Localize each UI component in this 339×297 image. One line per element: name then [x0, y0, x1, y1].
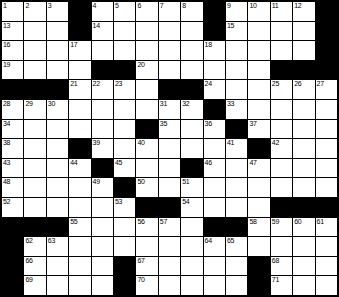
cell-r13c11[interactable]: 65 [226, 237, 247, 256]
cell-r9c10[interactable]: 46 [204, 159, 225, 178]
cell-r2c13[interactable] [271, 22, 292, 41]
cell-r3c12[interactable] [248, 41, 269, 60]
block-cell-r15c12 [248, 276, 269, 295]
cell-r8c15[interactable] [316, 139, 337, 158]
cell-r13c12[interactable] [248, 237, 269, 256]
cell-r1c8[interactable]: 7 [159, 2, 180, 21]
cell-r1c14[interactable]: 12 [293, 2, 314, 21]
clue-number-48: 48 [3, 178, 10, 186]
cell-r11c6[interactable]: 53 [114, 198, 135, 217]
cell-r14c13[interactable]: 68 [271, 257, 292, 276]
cell-r2c11[interactable]: 15 [226, 22, 247, 41]
cell-r3c6[interactable] [114, 41, 135, 60]
cell-r15c8[interactable] [159, 276, 180, 295]
clue-number-26: 26 [294, 80, 301, 88]
cell-r1c7[interactable]: 6 [136, 2, 157, 21]
block-cell-r11c13 [271, 198, 292, 217]
cell-r5c6[interactable]: 23 [114, 80, 135, 99]
cell-r7c9[interactable] [181, 120, 202, 139]
cell-r9c14[interactable] [293, 159, 314, 178]
cell-r5c7[interactable] [136, 80, 157, 99]
cell-r9c12[interactable]: 47 [248, 159, 269, 178]
cell-r1c2[interactable]: 2 [24, 2, 45, 21]
cell-r1c13[interactable]: 11 [271, 2, 292, 21]
cell-r4c7[interactable]: 20 [136, 61, 157, 80]
cell-r13c8[interactable] [159, 237, 180, 256]
cell-r15c13[interactable]: 71 [271, 276, 292, 295]
clue-number-71: 71 [272, 276, 279, 284]
cell-r7c4[interactable] [69, 120, 90, 139]
clue-number-49: 49 [93, 178, 100, 186]
cell-r3c10[interactable]: 18 [204, 41, 225, 60]
cell-r2c3[interactable] [47, 22, 68, 41]
cell-r11c2[interactable] [24, 198, 45, 217]
block-cell-r12c3 [47, 218, 68, 237]
cell-r13c7[interactable] [136, 237, 157, 256]
clue-number-8: 8 [182, 2, 186, 10]
cell-r12c14[interactable]: 60 [293, 218, 314, 237]
cell-r2c6[interactable] [114, 22, 135, 41]
block-cell-r12c10 [204, 218, 225, 237]
block-cell-r14c1 [2, 257, 23, 276]
cell-r13c2[interactable]: 62 [24, 237, 45, 256]
cell-r6c5[interactable] [92, 100, 113, 119]
clue-number-1: 1 [3, 2, 7, 10]
block-cell-r9c9 [181, 159, 202, 178]
cell-r10c15[interactable] [316, 178, 337, 197]
cell-r6c2[interactable]: 29 [24, 100, 45, 119]
cell-r4c8[interactable] [159, 61, 180, 80]
cell-r15c2[interactable]: 69 [24, 276, 45, 295]
cell-r7c3[interactable] [47, 120, 68, 139]
cell-r1c9[interactable]: 8 [181, 2, 202, 21]
clue-number-39: 39 [93, 139, 100, 147]
cell-r5c14[interactable]: 26 [293, 80, 314, 99]
cell-r15c11[interactable] [226, 276, 247, 295]
cell-r9c3[interactable] [47, 159, 68, 178]
cell-r6c14[interactable] [293, 100, 314, 119]
block-cell-r5c3 [47, 80, 68, 99]
cell-r12c4[interactable]: 55 [69, 218, 90, 237]
clue-number-70: 70 [137, 276, 144, 284]
cell-r10c13[interactable] [271, 178, 292, 197]
clue-number-44: 44 [70, 159, 77, 167]
clue-number-24: 24 [205, 80, 212, 88]
clue-number-54: 54 [182, 198, 189, 206]
clue-number-41: 41 [227, 139, 234, 147]
cell-r4c1[interactable]: 19 [2, 61, 23, 80]
clue-number-21: 21 [70, 80, 77, 88]
cell-r8c13[interactable]: 42 [271, 139, 292, 158]
block-cell-r1c15 [316, 2, 337, 21]
cell-r15c5[interactable] [92, 276, 113, 295]
cell-r15c14[interactable] [293, 276, 314, 295]
cell-r8c14[interactable] [293, 139, 314, 158]
clue-number-4: 4 [93, 2, 97, 10]
clue-number-56: 56 [137, 218, 144, 226]
cell-r10c3[interactable] [47, 178, 68, 197]
clue-number-64: 64 [205, 237, 212, 245]
clue-number-45: 45 [115, 159, 122, 167]
cell-r12c5[interactable] [92, 218, 113, 237]
clue-number-47: 47 [249, 159, 256, 167]
cell-r10c14[interactable] [293, 178, 314, 197]
block-cell-r3c15 [316, 41, 337, 60]
cell-r6c15[interactable] [316, 100, 337, 119]
cell-r4c3[interactable] [47, 61, 68, 80]
clue-number-11: 11 [272, 2, 279, 10]
cell-r1c12[interactable]: 10 [248, 2, 269, 21]
block-cell-r6c10 [204, 100, 225, 119]
clue-number-6: 6 [137, 2, 141, 10]
cell-r8c10[interactable] [204, 139, 225, 158]
block-cell-r11c7 [136, 198, 157, 217]
cell-r2c5[interactable]: 14 [92, 22, 113, 41]
block-cell-r4c6 [114, 61, 135, 80]
cell-r7c15[interactable] [316, 120, 337, 139]
block-cell-r7c7 [136, 120, 157, 139]
clue-number-40: 40 [137, 139, 144, 147]
cell-r12c6[interactable] [114, 218, 135, 237]
clue-number-2: 2 [25, 2, 29, 10]
clue-number-7: 7 [160, 2, 164, 10]
cell-r12c7[interactable]: 56 [136, 218, 157, 237]
cell-r11c4[interactable] [69, 198, 90, 217]
cell-r6c3[interactable]: 30 [47, 100, 68, 119]
clue-number-62: 62 [25, 237, 32, 245]
clue-number-29: 29 [25, 100, 32, 108]
cell-r11c3[interactable] [47, 198, 68, 217]
cell-r15c15[interactable] [316, 276, 337, 295]
cell-r3c5[interactable] [92, 41, 113, 60]
cell-r3c13[interactable] [271, 41, 292, 60]
clue-number-53: 53 [115, 198, 122, 206]
clue-number-38: 38 [3, 139, 10, 147]
cell-r12c8[interactable]: 57 [159, 218, 180, 237]
cell-r14c2[interactable]: 66 [24, 257, 45, 276]
clue-number-33: 33 [227, 100, 234, 108]
block-cell-r15c6 [114, 276, 135, 295]
clue-number-23: 23 [115, 80, 122, 88]
cell-r3c14[interactable] [293, 41, 314, 60]
cell-r10c1[interactable]: 48 [2, 178, 23, 197]
cell-r4c2[interactable] [24, 61, 45, 80]
block-cell-r13c1 [2, 237, 23, 256]
clue-number-27: 27 [317, 80, 324, 88]
block-cell-r2c10 [204, 22, 225, 41]
cell-r5c13[interactable]: 25 [271, 80, 292, 99]
cell-r9c11[interactable] [226, 159, 247, 178]
cell-r6c8[interactable]: 31 [159, 100, 180, 119]
cell-r8c7[interactable]: 40 [136, 139, 157, 158]
clue-number-58: 58 [249, 218, 256, 226]
cell-r1c5[interactable]: 4 [92, 2, 113, 21]
cell-r4c9[interactable] [181, 61, 202, 80]
cell-r7c1[interactable]: 34 [2, 120, 23, 139]
cell-r12c13[interactable]: 59 [271, 218, 292, 237]
cell-r11c1[interactable]: 52 [2, 198, 23, 217]
cell-r6c13[interactable] [271, 100, 292, 119]
clue-number-15: 15 [227, 22, 234, 30]
cell-r5c11[interactable] [226, 80, 247, 99]
clue-number-28: 28 [3, 100, 10, 108]
clue-number-57: 57 [160, 218, 167, 226]
clue-number-3: 3 [48, 2, 52, 10]
cell-r2c8[interactable] [159, 22, 180, 41]
cell-r5c15[interactable]: 27 [316, 80, 337, 99]
block-cell-r10c6 [114, 178, 135, 197]
clue-number-31: 31 [160, 100, 167, 108]
cell-r6c4[interactable] [69, 100, 90, 119]
cell-r8c3[interactable] [47, 139, 68, 158]
block-cell-r14c6 [114, 257, 135, 276]
cell-r13c6[interactable] [114, 237, 135, 256]
block-cell-r5c2 [24, 80, 45, 99]
cell-r14c7[interactable]: 67 [136, 257, 157, 276]
block-cell-r12c1 [2, 218, 23, 237]
cell-r3c8[interactable] [159, 41, 180, 60]
clue-number-67: 67 [137, 257, 144, 265]
block-cell-r8c12 [248, 139, 269, 158]
cell-r8c1[interactable]: 38 [2, 139, 23, 158]
cell-r7c13[interactable] [271, 120, 292, 139]
clue-number-51: 51 [182, 178, 189, 186]
clue-number-60: 60 [294, 218, 301, 226]
block-cell-r5c1 [2, 80, 23, 99]
cell-r10c10[interactable] [204, 178, 225, 197]
cell-r10c2[interactable] [24, 178, 45, 197]
cell-r7c6[interactable] [114, 120, 135, 139]
cell-r11c5[interactable] [92, 198, 113, 217]
clue-number-18: 18 [205, 41, 212, 49]
cell-r1c11[interactable]: 9 [226, 2, 247, 21]
cell-r9c8[interactable] [159, 159, 180, 178]
block-cell-r1c10 [204, 2, 225, 21]
cell-r13c5[interactable] [92, 237, 113, 256]
cell-r14c9[interactable] [181, 257, 202, 276]
clue-number-16: 16 [3, 41, 10, 49]
block-cell-r11c14 [293, 198, 314, 217]
block-cell-r12c11 [226, 218, 247, 237]
cell-r7c12[interactable]: 37 [248, 120, 269, 139]
cell-r7c5[interactable] [92, 120, 113, 139]
block-cell-r4c13 [271, 61, 292, 80]
clue-number-10: 10 [249, 2, 256, 10]
block-cell-r8c4 [69, 139, 90, 158]
cell-r15c7[interactable]: 70 [136, 276, 157, 295]
block-cell-r4c14 [293, 61, 314, 80]
cell-r11c12[interactable] [248, 198, 269, 217]
cell-r1c1[interactable]: 1 [2, 2, 23, 21]
cell-r3c7[interactable] [136, 41, 157, 60]
clue-number-63: 63 [48, 237, 55, 245]
cell-r2c7[interactable] [136, 22, 157, 41]
block-cell-r4c5 [92, 61, 113, 80]
clue-number-17: 17 [70, 41, 77, 49]
clue-number-65: 65 [227, 237, 234, 245]
cell-r3c1[interactable]: 16 [2, 41, 23, 60]
cell-r2c9[interactable] [181, 22, 202, 41]
cell-r13c14[interactable] [293, 237, 314, 256]
clue-number-42: 42 [272, 139, 279, 147]
cell-r9c1[interactable]: 43 [2, 159, 23, 178]
cell-r1c6[interactable]: 5 [114, 2, 135, 21]
cell-r10c4[interactable] [69, 178, 90, 197]
cell-r8c8[interactable] [159, 139, 180, 158]
clue-number-68: 68 [272, 257, 279, 265]
clue-number-14: 14 [93, 22, 100, 30]
cell-r10c9[interactable]: 51 [181, 178, 202, 197]
cell-r10c11[interactable] [226, 178, 247, 197]
cell-r13c13[interactable] [271, 237, 292, 256]
cell-r5c10[interactable]: 24 [204, 80, 225, 99]
clue-number-55: 55 [70, 218, 77, 226]
cell-r2c12[interactable] [248, 22, 269, 41]
block-cell-r2c15 [316, 22, 337, 41]
block-cell-r9c5 [92, 159, 113, 178]
clue-number-25: 25 [272, 80, 279, 88]
cell-r10c7[interactable]: 50 [136, 178, 157, 197]
cell-r11c9[interactable]: 54 [181, 198, 202, 217]
cell-r6c7[interactable] [136, 100, 157, 119]
cell-r11c10[interactable] [204, 198, 225, 217]
clue-number-52: 52 [3, 198, 10, 206]
cell-r8c9[interactable] [181, 139, 202, 158]
cell-r8c2[interactable] [24, 139, 45, 158]
cell-r10c8[interactable] [159, 178, 180, 197]
cell-r12c9[interactable] [181, 218, 202, 237]
block-cell-r1c4 [69, 2, 90, 21]
cell-r6c1[interactable]: 28 [2, 100, 23, 119]
cell-r4c10[interactable] [204, 61, 225, 80]
clue-number-46: 46 [205, 159, 212, 167]
cell-r5c12[interactable] [248, 80, 269, 99]
cell-r8c6[interactable] [114, 139, 135, 158]
cell-r14c15[interactable] [316, 257, 337, 276]
block-cell-r4c15 [316, 61, 337, 80]
cell-r7c10[interactable]: 36 [204, 120, 225, 139]
cell-r3c9[interactable] [181, 41, 202, 60]
clue-number-34: 34 [3, 120, 10, 128]
cell-r5c5[interactable]: 22 [92, 80, 113, 99]
cell-r9c15[interactable] [316, 159, 337, 178]
clue-number-22: 22 [93, 80, 100, 88]
clue-number-19: 19 [3, 61, 10, 69]
cell-r3c3[interactable] [47, 41, 68, 60]
block-cell-r7c11 [226, 120, 247, 139]
block-cell-r5c8 [159, 80, 180, 99]
block-cell-r14c12 [248, 257, 269, 276]
cell-r7c2[interactable] [24, 120, 45, 139]
cell-r14c11[interactable] [226, 257, 247, 276]
clue-number-66: 66 [25, 257, 32, 265]
block-cell-r12c2 [24, 218, 45, 237]
cell-r2c14[interactable] [293, 22, 314, 41]
cell-r14c5[interactable] [92, 257, 113, 276]
cell-r5c4[interactable]: 21 [69, 80, 90, 99]
cell-r15c3[interactable] [47, 276, 68, 295]
clue-number-69: 69 [25, 276, 32, 284]
cell-r3c11[interactable] [226, 41, 247, 60]
clue-number-20: 20 [137, 61, 144, 69]
clue-number-32: 32 [182, 100, 189, 108]
cell-r9c2[interactable] [24, 159, 45, 178]
cell-r3c4[interactable]: 17 [69, 41, 90, 60]
cell-r8c5[interactable]: 39 [92, 139, 113, 158]
cell-r14c14[interactable] [293, 257, 314, 276]
cell-r14c8[interactable] [159, 257, 180, 276]
cell-r13c4[interactable] [69, 237, 90, 256]
cell-r14c4[interactable] [69, 257, 90, 276]
clue-number-35: 35 [160, 120, 167, 128]
block-cell-r15c1 [2, 276, 23, 295]
clue-number-13: 13 [3, 22, 10, 30]
cell-r7c14[interactable] [293, 120, 314, 139]
cell-r9c13[interactable] [271, 159, 292, 178]
cell-r10c5[interactable]: 49 [92, 178, 113, 197]
block-cell-r5c9 [181, 80, 202, 99]
clue-number-50: 50 [137, 178, 144, 186]
cell-r1c3[interactable]: 3 [47, 2, 68, 21]
cell-r13c3[interactable]: 63 [47, 237, 68, 256]
cell-r14c3[interactable] [47, 257, 68, 276]
cell-r15c10[interactable] [204, 276, 225, 295]
block-cell-r11c8 [159, 198, 180, 217]
cell-r13c9[interactable] [181, 237, 202, 256]
cell-r15c9[interactable] [181, 276, 202, 295]
clue-number-43: 43 [3, 159, 10, 167]
cell-r7c8[interactable]: 35 [159, 120, 180, 139]
clue-number-59: 59 [272, 218, 279, 226]
cell-r8c11[interactable]: 41 [226, 139, 247, 158]
cell-r9c7[interactable] [136, 159, 157, 178]
cell-r9c6[interactable]: 45 [114, 159, 135, 178]
clue-number-36: 36 [205, 120, 212, 128]
cell-r2c2[interactable] [24, 22, 45, 41]
cell-r4c12[interactable] [248, 61, 269, 80]
cell-r12c15[interactable]: 61 [316, 218, 337, 237]
block-cell-r2c4 [69, 22, 90, 41]
cell-r6c11[interactable]: 33 [226, 100, 247, 119]
clue-number-12: 12 [294, 2, 301, 10]
cell-r9c4[interactable]: 44 [69, 159, 90, 178]
cell-r12c12[interactable]: 58 [248, 218, 269, 237]
cell-r11c11[interactable] [226, 198, 247, 217]
cell-r6c6[interactable] [114, 100, 135, 119]
cell-r3c2[interactable] [24, 41, 45, 60]
cell-r13c15[interactable] [316, 237, 337, 256]
cell-r14c10[interactable] [204, 257, 225, 276]
clue-number-9: 9 [227, 2, 231, 10]
cell-r4c4[interactable] [69, 61, 90, 80]
clue-number-37: 37 [249, 120, 256, 128]
clue-number-30: 30 [48, 100, 55, 108]
crossword-grid: 1234567891011121314151617181920212223242… [0, 0, 339, 297]
block-cell-r11c15 [316, 198, 337, 217]
cell-r2c1[interactable]: 13 [2, 22, 23, 41]
cell-r13c10[interactable]: 64 [204, 237, 225, 256]
clue-number-61: 61 [317, 218, 324, 226]
clue-number-5: 5 [115, 2, 119, 10]
cell-r6c9[interactable]: 32 [181, 100, 202, 119]
cell-r15c4[interactable] [69, 276, 90, 295]
cell-r4c11[interactable] [226, 61, 247, 80]
cell-r6c12[interactable] [248, 100, 269, 119]
cell-r10c12[interactable] [248, 178, 269, 197]
